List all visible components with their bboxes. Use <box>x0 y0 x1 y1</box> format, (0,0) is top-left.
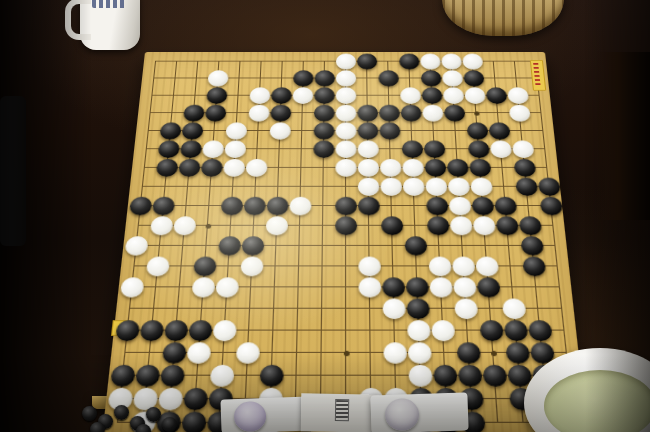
white-stone <box>336 105 357 122</box>
black-stone <box>379 122 400 139</box>
black-stone <box>335 197 357 216</box>
black-stone <box>402 140 424 158</box>
black-stone <box>458 365 483 387</box>
white-stone <box>448 178 471 196</box>
white-stone <box>336 70 356 86</box>
loose-black-stone <box>162 417 177 432</box>
black-stone <box>405 236 428 255</box>
black-stone <box>424 159 446 177</box>
black-stone <box>314 122 335 139</box>
black-stone <box>358 197 380 216</box>
black-stone <box>444 105 466 122</box>
black-stone <box>513 159 536 177</box>
black-stone <box>482 365 507 387</box>
black-stone <box>515 178 538 196</box>
black-stone <box>421 70 442 86</box>
white-stone <box>407 320 431 341</box>
paper-characters <box>335 399 349 421</box>
white-stone <box>380 178 402 196</box>
photo-scene <box>0 0 650 432</box>
black-stone <box>433 365 458 387</box>
black-stone <box>447 159 469 177</box>
woven-basket <box>442 0 564 36</box>
white-stone <box>442 70 463 86</box>
white-stone <box>358 178 380 196</box>
black-stone <box>424 140 446 158</box>
black-stone <box>488 122 510 139</box>
white-stone <box>400 87 421 104</box>
white-stone <box>380 159 402 177</box>
black-stone <box>379 105 400 122</box>
black-stone <box>406 277 429 297</box>
tea-surface <box>544 370 650 432</box>
black-stone <box>357 122 378 139</box>
white-stone <box>403 178 425 196</box>
white-mug <box>80 0 140 50</box>
go-board-wrap <box>145 52 545 432</box>
black-stone <box>426 197 449 216</box>
white-stone <box>509 105 531 122</box>
white-stone <box>512 140 535 158</box>
dark-side-object <box>0 96 26 246</box>
black-stone <box>468 140 490 158</box>
black-stone <box>314 105 335 122</box>
black-stone <box>480 320 505 341</box>
black-stone <box>401 105 422 122</box>
star-point <box>343 350 349 355</box>
white-stone <box>431 320 455 341</box>
black-stone <box>469 159 492 177</box>
white-stone <box>507 87 529 104</box>
white-stone <box>408 365 432 387</box>
white-stone <box>383 342 407 363</box>
loose-black-stone <box>136 424 151 432</box>
white-stone <box>335 140 356 158</box>
stone-bowl-lid-left <box>234 401 267 432</box>
white-stone <box>443 87 464 104</box>
white-stone <box>336 87 357 104</box>
white-stone <box>464 87 486 104</box>
white-stone <box>383 299 406 320</box>
loose-black-stone <box>114 405 129 420</box>
black-stone <box>406 299 430 320</box>
white-stone <box>358 159 380 177</box>
black-stone <box>486 87 508 104</box>
loose-black-stone <box>146 407 161 422</box>
white-stone <box>452 257 476 277</box>
black-stone <box>463 70 484 86</box>
black-stone <box>399 54 420 70</box>
star-point <box>490 350 496 355</box>
go-board <box>102 52 587 432</box>
loose-black-stone <box>82 406 97 421</box>
white-stone <box>450 216 473 235</box>
white-stone <box>358 140 379 158</box>
white-stone <box>359 277 382 297</box>
score-paper <box>301 393 380 432</box>
white-stone <box>408 342 432 363</box>
white-stone <box>336 122 357 139</box>
mug-handle <box>65 0 91 40</box>
black-stone <box>457 342 482 363</box>
loose-black-stones <box>78 400 198 432</box>
stone-bowl-lid-right <box>384 398 419 431</box>
black-stone <box>471 197 494 216</box>
star-point <box>205 223 211 228</box>
chair-shadow <box>596 52 650 220</box>
white-stone <box>449 197 472 216</box>
black-stone <box>421 87 442 104</box>
white-stone <box>422 105 443 122</box>
black-stone <box>382 277 405 297</box>
black-stone <box>477 277 501 297</box>
white-stone <box>454 299 478 320</box>
white-stone <box>335 159 356 177</box>
bowl-lid-tray-left <box>220 396 313 432</box>
white-stone <box>441 54 462 70</box>
bowl-lid-tray-right <box>370 392 468 432</box>
black-stone <box>467 122 489 139</box>
white-stone <box>490 140 513 158</box>
white-stone <box>425 178 447 196</box>
sticker-red-text <box>533 63 540 86</box>
black-stone <box>378 70 399 86</box>
mug-logo <box>92 0 126 8</box>
black-stone <box>357 105 378 122</box>
black-stone <box>427 216 450 235</box>
star-point <box>474 111 479 115</box>
white-stone <box>429 277 453 297</box>
black-stone <box>314 87 335 104</box>
black-stone <box>496 216 520 235</box>
black-stone <box>313 140 334 158</box>
white-stone <box>462 54 483 70</box>
white-stone <box>336 54 356 70</box>
black-stone <box>381 216 403 235</box>
black-stone <box>494 197 517 216</box>
white-stone <box>420 54 441 70</box>
black-stone <box>314 70 334 86</box>
maker-sticker <box>530 60 546 91</box>
white-stone <box>429 257 452 277</box>
loose-black-stone <box>90 422 105 432</box>
white-stone <box>473 216 496 235</box>
white-stone <box>475 257 499 277</box>
black-stone <box>335 216 357 235</box>
white-stone <box>358 257 381 277</box>
white-stone <box>453 277 477 297</box>
white-stone <box>402 159 424 177</box>
black-stone <box>357 54 377 70</box>
white-stone <box>470 178 493 196</box>
